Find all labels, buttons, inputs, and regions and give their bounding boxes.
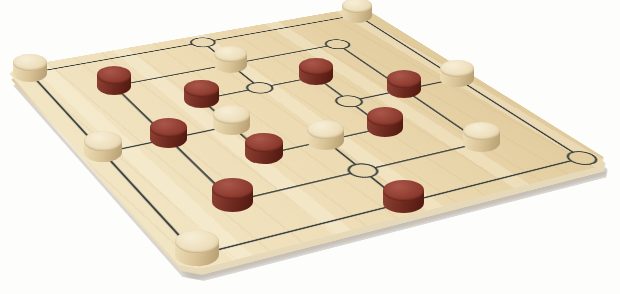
piece-top-face [184, 80, 219, 98]
piece-top-face [212, 178, 253, 199]
piece-top-face [213, 105, 250, 124]
piece-top-face [214, 46, 247, 63]
piece-red-c5[interactable] [184, 80, 219, 109]
piece-red-e5[interactable] [299, 58, 333, 86]
piece-top-face [440, 60, 474, 77]
piece-top-face [367, 107, 403, 126]
piece-white-c4[interactable] [213, 105, 250, 135]
piece-white-a4[interactable] [84, 131, 122, 162]
piece-top-face [150, 118, 187, 137]
piece-white-g4[interactable] [440, 60, 474, 88]
piece-white-a7[interactable] [13, 54, 47, 82]
point-d5[interactable] [243, 81, 277, 95]
piece-top-face [387, 70, 421, 88]
photo-stage [0, 0, 620, 294]
piece-top-face [175, 230, 219, 252]
piece-top-face [13, 54, 47, 71]
piece-white-f2[interactable] [463, 122, 500, 152]
piece-red-b2[interactable] [212, 178, 253, 211]
piece-top-face [299, 58, 333, 75]
piece-white-g7[interactable] [342, 0, 372, 23]
piece-red-c3[interactable] [245, 133, 283, 164]
piece-red-e3[interactable] [367, 107, 403, 137]
point-d2[interactable] [343, 162, 382, 180]
point-f6[interactable] [321, 38, 353, 50]
piece-white-d3[interactable] [307, 120, 344, 151]
piece-white-d6[interactable] [214, 46, 247, 73]
piece-red-d1[interactable] [383, 180, 424, 213]
piece-red-b4[interactable] [150, 118, 187, 149]
piece-red-f4[interactable] [387, 70, 421, 98]
piece-red-b6[interactable] [97, 66, 132, 94]
piece-white-a1[interactable] [175, 230, 219, 266]
point-e4[interactable] [331, 94, 366, 108]
piece-top-face [84, 131, 122, 151]
piece-top-face [383, 180, 424, 201]
piece-top-face [307, 120, 344, 139]
